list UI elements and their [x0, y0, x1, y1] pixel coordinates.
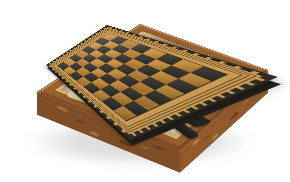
product-photo-scene: [0, 0, 290, 182]
